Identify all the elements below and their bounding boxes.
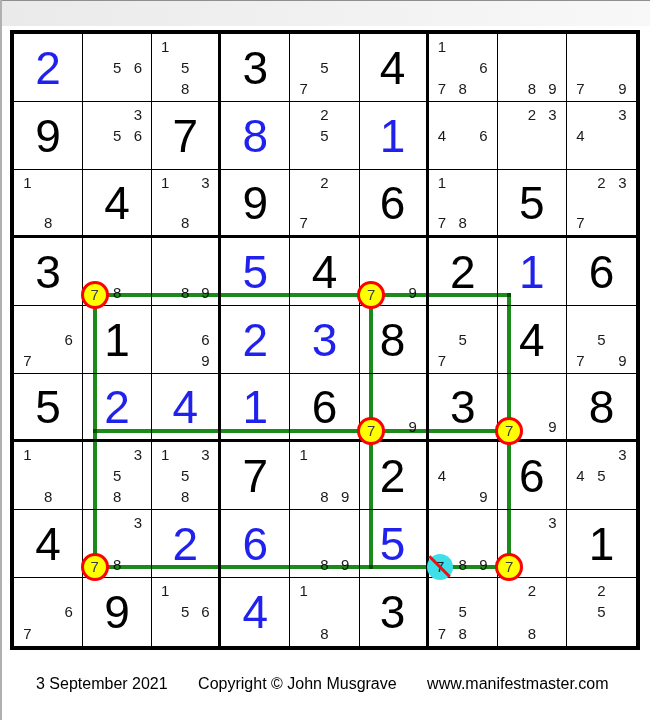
- cell-r8c4[interactable]: 6: [221, 510, 290, 578]
- candidate-digit: 9: [618, 81, 626, 96]
- candidate-digit: 9: [548, 81, 556, 96]
- cell-r6c8[interactable]: 79: [498, 374, 567, 442]
- candidate-digit: 2: [320, 107, 328, 122]
- cell-r9c6[interactable]: 3: [360, 578, 429, 646]
- given-value: 6: [380, 180, 406, 226]
- candidate-digit: 8: [459, 557, 467, 572]
- cell-r5c8[interactable]: 4: [498, 306, 567, 374]
- cell-r4c9[interactable]: 6: [567, 238, 636, 306]
- cell-r3c9[interactable]: 237: [567, 170, 636, 238]
- cell-r5c5[interactable]: 3: [290, 306, 359, 374]
- cell-r9c2[interactable]: 9: [83, 578, 152, 646]
- cell-r5c7[interactable]: 57: [429, 306, 498, 374]
- cell-r7c8[interactable]: 6: [498, 442, 567, 510]
- cell-r9c9[interactable]: 25: [567, 578, 636, 646]
- candidate-digit: 8: [181, 489, 189, 504]
- footer-date: 3 September 2021: [36, 675, 168, 692]
- candidate-digit: 8: [181, 81, 189, 96]
- candidate-digit: 7: [23, 626, 31, 641]
- given-value: 3: [450, 384, 476, 430]
- given-value: 8: [589, 384, 615, 430]
- candidate-digit: 3: [618, 175, 626, 190]
- candidate-digit: 7: [576, 215, 584, 230]
- candidate-digit: 2: [597, 175, 605, 190]
- candidate-digit: 8: [528, 626, 536, 641]
- candidate-digit: 8: [459, 215, 467, 230]
- footer-copyright: Copyright © John Musgrave: [198, 675, 397, 692]
- cell-r2c9[interactable]: 34: [567, 102, 636, 170]
- candidate-digit: 7: [438, 353, 446, 368]
- candidate-digit: 7: [300, 81, 308, 96]
- cell-r2c7[interactable]: 46: [429, 102, 498, 170]
- solved-value: 2: [104, 384, 130, 430]
- solved-value: 6: [243, 521, 269, 567]
- cell-r9c1[interactable]: 67: [14, 578, 83, 646]
- given-value: 6: [312, 384, 338, 430]
- cell-r5c1[interactable]: 67: [14, 306, 83, 374]
- cell-r6c5[interactable]: 6: [290, 374, 359, 442]
- cell-r4c7[interactable]: 2: [429, 238, 498, 306]
- candidate-digit: 8: [320, 557, 328, 572]
- cell-r7c9[interactable]: 345: [567, 442, 636, 510]
- candidate-digit: 3: [134, 515, 142, 530]
- window-top-bar: [0, 0, 650, 26]
- candidate-digit: 9: [341, 489, 349, 504]
- solved-value: 2: [35, 45, 61, 91]
- candidate-digit: 1: [23, 447, 31, 462]
- candidate-digit: 7: [438, 626, 446, 641]
- candidate-digit: 6: [134, 128, 142, 143]
- candidate-digit: 7: [438, 215, 446, 230]
- cell-r9c4[interactable]: 4: [221, 578, 290, 646]
- given-value: 6: [519, 453, 545, 499]
- given-value: 2: [450, 249, 476, 295]
- candidate-digit: 9: [479, 489, 487, 504]
- cell-r6c6[interactable]: 79: [360, 374, 429, 442]
- candidate-digit: 2: [320, 175, 328, 190]
- cell-r2c4[interactable]: 8: [221, 102, 290, 170]
- cell-r2c1[interactable]: 9: [14, 102, 83, 170]
- cell-r3c4[interactable]: 9: [221, 170, 290, 238]
- candidate-digit: 5: [181, 468, 189, 483]
- cell-r8c7[interactable]: 789: [429, 510, 498, 578]
- candidate-digit: 8: [113, 557, 121, 572]
- candidate-digit: 8: [113, 489, 121, 504]
- cell-r6c7[interactable]: 3: [429, 374, 498, 442]
- cell-r1c5[interactable]: 57: [290, 34, 359, 102]
- candidate-digit: 5: [597, 332, 605, 347]
- given-value: 3: [35, 249, 61, 295]
- cell-r4c5[interactable]: 4: [290, 238, 359, 306]
- cell-r5c3[interactable]: 69: [152, 306, 221, 374]
- cell-r7c5[interactable]: 189: [290, 442, 359, 510]
- cell-r3c3[interactable]: 138: [152, 170, 221, 238]
- candidate-digit: 7: [92, 557, 100, 572]
- candidate-digit: 8: [113, 285, 121, 300]
- candidate-digit: 9: [201, 353, 209, 368]
- solved-value: 8: [243, 113, 269, 159]
- solved-value: 4: [172, 384, 198, 430]
- given-value: 4: [35, 521, 61, 567]
- given-value: 8: [380, 317, 406, 363]
- given-value: 6: [589, 249, 615, 295]
- cell-r9c7[interactable]: 578: [429, 578, 498, 646]
- solved-value: 3: [312, 317, 338, 363]
- candidate-digit: 7: [23, 353, 31, 368]
- cell-r8c3[interactable]: 2: [152, 510, 221, 578]
- candidate-digit: 7: [92, 285, 100, 300]
- cell-r8c2[interactable]: 378: [83, 510, 152, 578]
- given-value: 3: [380, 589, 406, 635]
- cell-r1c4[interactable]: 3: [221, 34, 290, 102]
- candidate-digit: 1: [161, 447, 169, 462]
- candidate-digit: 2: [528, 583, 536, 598]
- cell-r7c7[interactable]: 49: [429, 442, 498, 510]
- cell-r8c8[interactable]: 37: [498, 510, 567, 578]
- given-value: 7: [172, 113, 198, 159]
- candidate-digit: 3: [548, 107, 556, 122]
- solved-value: 1: [519, 249, 545, 295]
- given-value: 4: [104, 180, 130, 226]
- cell-r1c9[interactable]: 79: [567, 34, 636, 102]
- given-value: 2: [380, 453, 406, 499]
- candidate-digit: 5: [113, 128, 121, 143]
- given-value: 3: [243, 45, 269, 91]
- cell-r3c1[interactable]: 18: [14, 170, 83, 238]
- page-left-edge: [0, 0, 2, 720]
- cell-r8c1[interactable]: 4: [14, 510, 83, 578]
- given-value: 4: [380, 45, 406, 91]
- given-value: 7: [243, 453, 269, 499]
- cell-r3c6[interactable]: 6: [360, 170, 429, 238]
- footer-website: www.manifestmaster.com: [427, 675, 608, 692]
- candidate-digit: 2: [597, 583, 605, 598]
- candidate-digit: 3: [134, 107, 142, 122]
- cell-r5c4[interactable]: 2: [221, 306, 290, 374]
- cell-r7c3[interactable]: 1358: [152, 442, 221, 510]
- cell-r1c3[interactable]: 158: [152, 34, 221, 102]
- cell-r5c9[interactable]: 579: [567, 306, 636, 374]
- sudoku-board: 2561583574167889799356782514623341841389…: [10, 30, 640, 650]
- candidate-digit: 5: [597, 604, 605, 619]
- candidate-digit: 8: [44, 489, 52, 504]
- candidate-digit: 8: [181, 215, 189, 230]
- candidate-digit: 8: [320, 626, 328, 641]
- cell-r8c6[interactable]: 5: [360, 510, 429, 578]
- candidate-digit: 9: [548, 419, 556, 434]
- candidate-digit: 1: [300, 583, 308, 598]
- candidate-digit: 8: [528, 81, 536, 96]
- candidate-digit: 9: [618, 353, 626, 368]
- cell-r2c5[interactable]: 25: [290, 102, 359, 170]
- cell-r1c8[interactable]: 89: [498, 34, 567, 102]
- candidate-digit: 3: [618, 107, 626, 122]
- solved-value: 5: [243, 249, 269, 295]
- candidate-digit: 9: [479, 557, 487, 572]
- cell-r3c5[interactable]: 27: [290, 170, 359, 238]
- given-value: 5: [519, 180, 545, 226]
- candidate-digit: 5: [181, 604, 189, 619]
- candidate-digit: 4: [576, 468, 584, 483]
- cell-r2c8[interactable]: 23: [498, 102, 567, 170]
- given-value: 1: [589, 521, 615, 567]
- cell-r1c7[interactable]: 1678: [429, 34, 498, 102]
- given-value: 4: [519, 317, 545, 363]
- solved-value: 2: [172, 521, 198, 567]
- cell-r9c5[interactable]: 18: [290, 578, 359, 646]
- candidate-digit: 4: [438, 128, 446, 143]
- candidate-digit: 8: [181, 285, 189, 300]
- candidate-digit: 6: [479, 128, 487, 143]
- given-value: 9: [104, 589, 130, 635]
- candidate-digit: 1: [438, 39, 446, 54]
- cell-r4c3[interactable]: 89: [152, 238, 221, 306]
- candidate-digit: 9: [408, 285, 416, 300]
- candidate-digit: 8: [44, 215, 52, 230]
- candidate-digit: 1: [161, 39, 169, 54]
- candidate-digit: 1: [438, 175, 446, 190]
- candidate-digit: 7: [368, 419, 376, 434]
- cell-r3c7[interactable]: 178: [429, 170, 498, 238]
- given-value: 9: [35, 113, 61, 159]
- candidate-digit: 4: [576, 128, 584, 143]
- cell-r7c2[interactable]: 358: [83, 442, 152, 510]
- cell-r6c3[interactable]: 4: [152, 374, 221, 442]
- candidate-digit: 3: [201, 447, 209, 462]
- candidate-digit: 6: [479, 60, 487, 75]
- candidate-digit: 7: [438, 81, 446, 96]
- solved-value: 1: [380, 113, 406, 159]
- candidate-digit: 8: [459, 626, 467, 641]
- candidate-digit: 6: [201, 604, 209, 619]
- candidate-digit: 7: [507, 557, 515, 572]
- solved-value: 5: [380, 521, 406, 567]
- cell-r2c3[interactable]: 7: [152, 102, 221, 170]
- solved-value: 1: [243, 384, 269, 430]
- candidate-digit: 5: [597, 468, 605, 483]
- candidate-digit: 8: [459, 81, 467, 96]
- candidate-digit: 9: [201, 285, 209, 300]
- candidate-digit: 9: [408, 419, 416, 434]
- cell-r1c2[interactable]: 56: [83, 34, 152, 102]
- candidate-digit: 7: [576, 353, 584, 368]
- candidate-digit: 1: [300, 447, 308, 462]
- cell-r7c1[interactable]: 18: [14, 442, 83, 510]
- cell-r4c1[interactable]: 3: [14, 238, 83, 306]
- cell-r1c1[interactable]: 2: [14, 34, 83, 102]
- candidate-digit: 7: [300, 215, 308, 230]
- cell-r2c2[interactable]: 356: [83, 102, 152, 170]
- candidate-digit: 7: [368, 285, 376, 300]
- candidate-digit: 2: [528, 107, 536, 122]
- given-value: 9: [243, 180, 269, 226]
- cell-r6c4[interactable]: 1: [221, 374, 290, 442]
- candidate-digit: 3: [548, 515, 556, 530]
- given-value: 5: [35, 384, 61, 430]
- candidate-digit: 1: [23, 175, 31, 190]
- cell-r3c2[interactable]: 4: [83, 170, 152, 238]
- cell-r5c2[interactable]: 1: [83, 306, 152, 374]
- given-value: 1: [104, 317, 130, 363]
- candidate-digit: 5: [459, 332, 467, 347]
- cell-r7c4[interactable]: 7: [221, 442, 290, 510]
- footer-caption: 3 September 2021 Copyright © John Musgra…: [36, 675, 635, 693]
- candidate-digit: 3: [618, 447, 626, 462]
- candidate-digit: 5: [181, 60, 189, 75]
- candidate-digit: 6: [134, 60, 142, 75]
- candidate-digit: 6: [65, 332, 73, 347]
- cell-r7c6[interactable]: 2: [360, 442, 429, 510]
- candidate-digit: 4: [438, 468, 446, 483]
- candidate-digit: 8: [320, 489, 328, 504]
- candidate-digit: 1: [161, 175, 169, 190]
- candidate-digit: 6: [201, 332, 209, 347]
- candidate-digit: 3: [201, 175, 209, 190]
- candidate-digit: 3: [134, 447, 142, 462]
- cell-r2c6[interactable]: 1: [360, 102, 429, 170]
- candidate-digit: 9: [341, 557, 349, 572]
- solved-value: 4: [243, 589, 269, 635]
- cell-r4c2[interactable]: 78: [83, 238, 152, 306]
- cell-r5c6[interactable]: 8: [360, 306, 429, 374]
- candidate-digit: 6: [65, 604, 73, 619]
- given-value: 4: [312, 249, 338, 295]
- cell-r4c6[interactable]: 79: [360, 238, 429, 306]
- candidate-digit: 5: [113, 60, 121, 75]
- candidate-digit: 1: [161, 583, 169, 598]
- candidate-digit: 5: [459, 604, 467, 619]
- cell-r4c8[interactable]: 1: [498, 238, 567, 306]
- candidate-digit: 5: [113, 468, 121, 483]
- candidate-digit: 7: [438, 557, 446, 572]
- cell-r6c1[interactable]: 5: [14, 374, 83, 442]
- cell-r8c5[interactable]: 89: [290, 510, 359, 578]
- cell-r4c4[interactable]: 5: [221, 238, 290, 306]
- candidate-digit: 5: [320, 60, 328, 75]
- candidate-digit: 7: [576, 81, 584, 96]
- cell-r9c8[interactable]: 28: [498, 578, 567, 646]
- cell-r8c9[interactable]: 1: [567, 510, 636, 578]
- candidate-digit: 5: [320, 128, 328, 143]
- cell-r1c6[interactable]: 4: [360, 34, 429, 102]
- cell-r9c3[interactable]: 156: [152, 578, 221, 646]
- candidate-digit: 7: [507, 419, 515, 434]
- solved-value: 2: [243, 317, 269, 363]
- cell-r3c8[interactable]: 5: [498, 170, 567, 238]
- cell-r6c9[interactable]: 8: [567, 374, 636, 442]
- cell-r6c2[interactable]: 2: [83, 374, 152, 442]
